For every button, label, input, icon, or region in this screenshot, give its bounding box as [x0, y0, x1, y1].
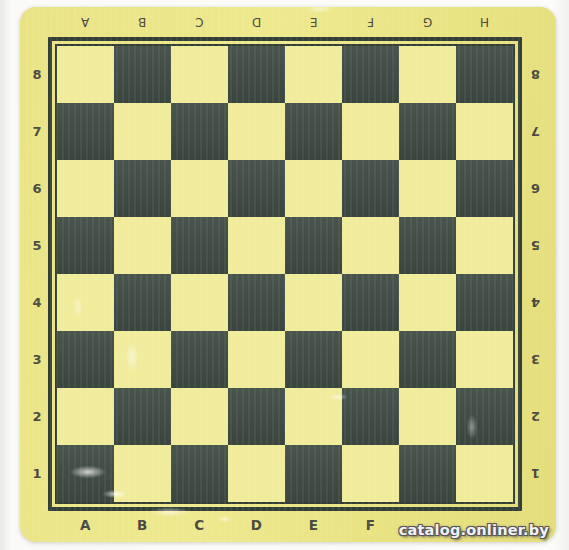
- square-h7: [456, 103, 513, 160]
- square-g7: [399, 103, 456, 160]
- file-label-bottom-d: D: [251, 517, 263, 533]
- square-c4: [171, 274, 228, 331]
- file-label-bottom-e: E: [309, 517, 319, 533]
- square-d8: [228, 46, 285, 103]
- file-label-top-g: G: [423, 15, 432, 29]
- file-label-bottom-a: A: [80, 517, 91, 533]
- square-f3: [342, 331, 399, 388]
- chess-board-mat: ABCDEFGH 87654321 87654321 ABCDEF: [20, 7, 556, 542]
- rank-label-left-5: 5: [32, 238, 41, 253]
- square-a5: [57, 217, 114, 274]
- file-label-top-h: H: [480, 15, 489, 29]
- file-label-top-d: D: [252, 15, 261, 29]
- square-e4: [285, 274, 342, 331]
- square-d2: [228, 388, 285, 445]
- square-h8: [456, 46, 513, 103]
- square-a6: [57, 160, 114, 217]
- rank-label-left-1: 1: [32, 466, 41, 481]
- square-b5: [114, 217, 171, 274]
- square-g4: [399, 274, 456, 331]
- square-h3: [456, 331, 513, 388]
- square-d6: [228, 160, 285, 217]
- square-g6: [399, 160, 456, 217]
- square-c3: [171, 331, 228, 388]
- rank-label-right-1: 1: [531, 466, 540, 481]
- file-label-top-a: A: [81, 15, 89, 29]
- square-h6: [456, 160, 513, 217]
- square-a1: [57, 445, 114, 502]
- rank-label-left-2: 2: [32, 409, 41, 424]
- square-d4: [228, 274, 285, 331]
- file-label-bottom-c: C: [194, 517, 204, 533]
- square-e5: [285, 217, 342, 274]
- square-e1: [285, 445, 342, 502]
- rank-label-right-7: 7: [531, 124, 540, 139]
- file-label-bottom-b: B: [137, 517, 148, 533]
- square-d3: [228, 331, 285, 388]
- square-a4: [57, 274, 114, 331]
- square-g5: [399, 217, 456, 274]
- square-e2: [285, 388, 342, 445]
- square-h2: [456, 388, 513, 445]
- square-b4: [114, 274, 171, 331]
- square-f6: [342, 160, 399, 217]
- rank-label-left-4: 4: [32, 295, 41, 310]
- square-h1: [456, 445, 513, 502]
- rank-label-right-3: 3: [531, 352, 540, 367]
- rank-label-right-8: 8: [531, 67, 540, 82]
- file-labels-top: ABCDEFGH: [57, 9, 513, 35]
- square-b1: [114, 445, 171, 502]
- file-label-top-b: B: [138, 15, 146, 29]
- square-b3: [114, 331, 171, 388]
- square-c6: [171, 160, 228, 217]
- square-c1: [171, 445, 228, 502]
- rank-label-right-2: 2: [531, 409, 540, 424]
- square-f4: [342, 274, 399, 331]
- rank-label-left-7: 7: [32, 124, 41, 139]
- file-label-top-f: F: [367, 15, 374, 29]
- square-f1: [342, 445, 399, 502]
- rank-label-left-8: 8: [32, 67, 41, 82]
- square-h5: [456, 217, 513, 274]
- square-c2: [171, 388, 228, 445]
- square-d1: [228, 445, 285, 502]
- square-f2: [342, 388, 399, 445]
- square-c8: [171, 46, 228, 103]
- square-e6: [285, 160, 342, 217]
- square-a8: [57, 46, 114, 103]
- square-g1: [399, 445, 456, 502]
- square-a3: [57, 331, 114, 388]
- square-g8: [399, 46, 456, 103]
- square-d7: [228, 103, 285, 160]
- file-label-bottom-f: F: [366, 517, 376, 533]
- square-g2: [399, 388, 456, 445]
- file-label-top-e: E: [310, 15, 318, 29]
- watermark: catalog.onliner.by: [399, 522, 549, 538]
- square-b2: [114, 388, 171, 445]
- chess-board: [57, 46, 513, 502]
- rank-label-right-5: 5: [531, 238, 540, 253]
- rank-label-left-6: 6: [32, 181, 41, 196]
- square-a7: [57, 103, 114, 160]
- square-b6: [114, 160, 171, 217]
- board-inner-frame: [55, 44, 515, 504]
- square-d5: [228, 217, 285, 274]
- square-e7: [285, 103, 342, 160]
- square-h4: [456, 274, 513, 331]
- rank-labels-right: 87654321: [524, 46, 548, 502]
- square-c7: [171, 103, 228, 160]
- square-b7: [114, 103, 171, 160]
- square-f8: [342, 46, 399, 103]
- square-b8: [114, 46, 171, 103]
- square-f5: [342, 217, 399, 274]
- board-outer-frame: [48, 37, 522, 511]
- square-a2: [57, 388, 114, 445]
- square-c5: [171, 217, 228, 274]
- file-label-top-c: C: [195, 15, 203, 29]
- product-photo: ABCDEFGH 87654321 87654321 ABCDEF catalo…: [0, 0, 569, 550]
- rank-label-right-6: 6: [531, 181, 540, 196]
- square-g3: [399, 331, 456, 388]
- square-e3: [285, 331, 342, 388]
- rank-labels-left: 87654321: [25, 46, 49, 502]
- rank-label-left-3: 3: [32, 352, 41, 367]
- square-f7: [342, 103, 399, 160]
- square-e8: [285, 46, 342, 103]
- rank-label-right-4: 4: [531, 295, 540, 310]
